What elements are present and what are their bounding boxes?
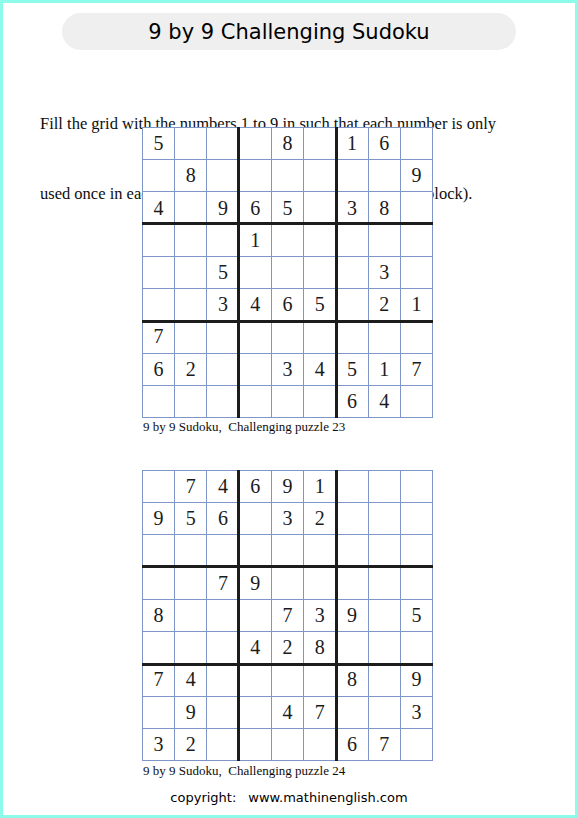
puzzle-24-cell-r5c1: 8 — [143, 600, 174, 631]
puzzle-23-cell-r2c6[interactable] — [304, 160, 335, 191]
puzzle-24-cell-r5c3[interactable] — [207, 600, 238, 631]
puzzle-24-cell-r2c4[interactable] — [240, 503, 271, 534]
puzzle-23-cell-r1c9[interactable] — [401, 128, 432, 159]
puzzle-24-cell-r9c9[interactable] — [401, 729, 432, 760]
puzzle-23-cell-r6c2[interactable] — [175, 289, 206, 320]
puzzle-23-cell-r9c1[interactable] — [143, 386, 174, 417]
puzzle-23-cell-r3c3: 9 — [207, 192, 238, 223]
puzzle-24-cell-r1c5: 9 — [272, 471, 303, 502]
puzzle-23-cell-r2c8[interactable] — [369, 160, 400, 191]
puzzle-23-cell-r4c3[interactable] — [207, 225, 238, 256]
puzzle-23-cell-r4c2[interactable] — [175, 225, 206, 256]
region-divider-vertical-2 — [335, 470, 338, 761]
puzzle-23-cell-r7c3[interactable] — [207, 321, 238, 352]
puzzle-23-cell-r7c5[interactable] — [272, 321, 303, 352]
puzzle-24-cell-r4c1[interactable] — [143, 568, 174, 599]
puzzle-23-cell-r8c3[interactable] — [207, 354, 238, 385]
worksheet-page: 9 by 9 Challenging Sudoku Fill the grid … — [0, 0, 578, 818]
puzzle-23-cell-r9c2[interactable] — [175, 386, 206, 417]
puzzle-24-cell-r9c8: 7 — [369, 729, 400, 760]
puzzle-23-cell-r1c5: 8 — [272, 128, 303, 159]
copyright-line: copyright: www.mathinenglish.com — [3, 790, 575, 805]
region-divider-vertical-1 — [237, 470, 240, 761]
puzzle-23-caption: 9 by 9 Sudoku, Challenging puzzle 23 — [143, 419, 345, 435]
puzzle-24-cell-r2c8[interactable] — [369, 503, 400, 534]
puzzle-24-cell-r8c6: 7 — [304, 697, 335, 728]
puzzle-23-cell-r1c2[interactable] — [175, 128, 206, 159]
region-divider-horizontal-1 — [142, 222, 433, 225]
puzzle-24-cell-r2c7[interactable] — [336, 503, 367, 534]
puzzle-23-cell-r7c4[interactable] — [240, 321, 271, 352]
puzzle-24-cell-r7c2: 4 — [175, 664, 206, 695]
puzzle-24-cell-r7c6[interactable] — [304, 664, 335, 695]
puzzle-23-cell-r5c9[interactable] — [401, 257, 432, 288]
puzzle-23-cell-r5c3: 5 — [207, 257, 238, 288]
puzzle-24-cell-r2c2: 5 — [175, 503, 206, 534]
puzzle-23-cell-r9c7: 6 — [336, 386, 367, 417]
puzzle-23-cell-r9c5[interactable] — [272, 386, 303, 417]
puzzle-23-cell-r2c2: 8 — [175, 160, 206, 191]
puzzle-23-cell-r8c1: 6 — [143, 354, 174, 385]
puzzle-24-cell-r5c9: 5 — [401, 600, 432, 631]
puzzle-24-cell-r7c9: 9 — [401, 664, 432, 695]
puzzle-24-cell-r6c8[interactable] — [369, 632, 400, 663]
puzzle-23-cell-r9c9[interactable] — [401, 386, 432, 417]
puzzle-24-cell-r9c3[interactable] — [207, 729, 238, 760]
puzzle-23-cell-r7c8[interactable] — [369, 321, 400, 352]
puzzle-23-cell-r8c8: 1 — [369, 354, 400, 385]
puzzle-23-cell-r9c6[interactable] — [304, 386, 335, 417]
puzzle-24-cell-r8c1[interactable] — [143, 697, 174, 728]
puzzle-23-cell-r5c2[interactable] — [175, 257, 206, 288]
puzzle-23-cell-r6c8: 2 — [369, 289, 400, 320]
region-divider-vertical-2 — [335, 127, 338, 418]
puzzle-24-cell-r6c9[interactable] — [401, 632, 432, 663]
puzzle-24-cell-r3c1[interactable] — [143, 535, 174, 566]
puzzle-23-cell-r3c8: 8 — [369, 192, 400, 223]
puzzle-24-cell-r8c7[interactable] — [336, 697, 367, 728]
puzzle-24-cell-r5c6: 3 — [304, 600, 335, 631]
puzzle-23-cell-r7c7[interactable] — [336, 321, 367, 352]
puzzle-23-cell-r6c9: 1 — [401, 289, 432, 320]
puzzle-24-cell-r6c1[interactable] — [143, 632, 174, 663]
puzzle-24-cell-r6c2[interactable] — [175, 632, 206, 663]
puzzle-24-cell-r3c2[interactable] — [175, 535, 206, 566]
puzzle-23-cell-r3c2[interactable] — [175, 192, 206, 223]
puzzle-23-cell-r4c6[interactable] — [304, 225, 335, 256]
puzzle-23-cell-r8c4[interactable] — [240, 354, 271, 385]
puzzle-24-cell-r9c2: 2 — [175, 729, 206, 760]
puzzle-24-cell-r1c1[interactable] — [143, 471, 174, 502]
title-pill: 9 by 9 Challenging Sudoku — [62, 13, 516, 50]
puzzle-23-cell-r9c4[interactable] — [240, 386, 271, 417]
puzzle-23-cell-r8c5: 3 — [272, 354, 303, 385]
puzzle-24-cell-r7c3[interactable] — [207, 664, 238, 695]
puzzle-23-cell-r5c5[interactable] — [272, 257, 303, 288]
puzzle-23-cell-r5c6[interactable] — [304, 257, 335, 288]
puzzle-24-cell-r6c6: 8 — [304, 632, 335, 663]
puzzle-23-cell-r3c4: 6 — [240, 192, 271, 223]
puzzle-23-cell-r1c7: 1 — [336, 128, 367, 159]
puzzle-23-cell-r2c4[interactable] — [240, 160, 271, 191]
puzzle-24-cell-r3c8[interactable] — [369, 535, 400, 566]
puzzle-24-cell-r1c6: 1 — [304, 471, 335, 502]
puzzle-23-cell-r8c6: 4 — [304, 354, 335, 385]
copyright-label: copyright: — [170, 790, 236, 805]
puzzle-24-cell-r7c5[interactable] — [272, 664, 303, 695]
sudoku-grid-puzzle-23: 5816894965381533465217623451764 — [142, 127, 433, 418]
puzzle-24-cell-r3c9[interactable] — [401, 535, 432, 566]
puzzle-24-cell-r3c3[interactable] — [207, 535, 238, 566]
puzzle-24-cell-r4c5[interactable] — [272, 568, 303, 599]
puzzle-23-cell-r5c4[interactable] — [240, 257, 271, 288]
puzzle-24-cell-r2c6: 2 — [304, 503, 335, 534]
puzzle-24-cell-r9c7: 6 — [336, 729, 367, 760]
puzzle-24-cell-r4c9[interactable] — [401, 568, 432, 599]
puzzle-24-cell-r8c9: 3 — [401, 697, 432, 728]
puzzle-24-cell-r1c2: 7 — [175, 471, 206, 502]
puzzle-24-cell-r8c5: 4 — [272, 697, 303, 728]
puzzle-23-cell-r2c5[interactable] — [272, 160, 303, 191]
puzzle-24-cell-r8c4[interactable] — [240, 697, 271, 728]
puzzle-24-cell-r6c5: 2 — [272, 632, 303, 663]
puzzle-23-cell-r1c8: 6 — [369, 128, 400, 159]
puzzle-24-cell-r5c8[interactable] — [369, 600, 400, 631]
puzzle-23-cell-r8c7: 5 — [336, 354, 367, 385]
puzzle-24-cell-r9c1: 3 — [143, 729, 174, 760]
puzzle-23-cell-r1c6[interactable] — [304, 128, 335, 159]
puzzle-23-cell-r4c5[interactable] — [272, 225, 303, 256]
puzzle-24-cell-r6c3[interactable] — [207, 632, 238, 663]
puzzle-23-cell-r6c7[interactable] — [336, 289, 367, 320]
puzzle-23-cell-r7c6[interactable] — [304, 321, 335, 352]
puzzle-24-cell-r3c6[interactable] — [304, 535, 335, 566]
puzzle-24-cell-r1c7[interactable] — [336, 471, 367, 502]
puzzle-23-cell-r4c8[interactable] — [369, 225, 400, 256]
puzzle-24-cell-r3c4[interactable] — [240, 535, 271, 566]
puzzle-24-caption: 9 by 9 Sudoku, Challenging puzzle 24 — [143, 763, 345, 779]
puzzle-23-cell-r4c9[interactable] — [401, 225, 432, 256]
puzzle-24-cell-r5c2[interactable] — [175, 600, 206, 631]
puzzle-23-cell-r8c2: 2 — [175, 354, 206, 385]
puzzle-24-cell-r9c5[interactable] — [272, 729, 303, 760]
puzzle-23-cell-r8c9: 7 — [401, 354, 432, 385]
puzzle-24-cell-r2c1: 9 — [143, 503, 174, 534]
puzzle-23-cell-r4c1[interactable] — [143, 225, 174, 256]
puzzle-24-cell-r4c6[interactable] — [304, 568, 335, 599]
puzzle-24-cell-r1c4: 6 — [240, 471, 271, 502]
region-divider-horizontal-2 — [142, 320, 433, 323]
puzzle-23-cell-r4c4: 1 — [240, 225, 271, 256]
puzzle-23-cell-r5c7[interactable] — [336, 257, 367, 288]
puzzle-23-cell-r3c6[interactable] — [304, 192, 335, 223]
puzzle-24-cell-r2c3: 6 — [207, 503, 238, 534]
puzzle-23-cell-r4c7[interactable] — [336, 225, 367, 256]
puzzle-24-cell-r8c2: 9 — [175, 697, 206, 728]
puzzle-23-cell-r9c8: 4 — [369, 386, 400, 417]
puzzle-24-cell-r4c7[interactable] — [336, 568, 367, 599]
puzzle-23-cell-r2c7[interactable] — [336, 160, 367, 191]
puzzle-24-cell-r5c5: 7 — [272, 600, 303, 631]
puzzle-24-cell-r8c3[interactable] — [207, 697, 238, 728]
puzzle-23-cell-r2c1[interactable] — [143, 160, 174, 191]
puzzle-24-cell-r4c2[interactable] — [175, 568, 206, 599]
puzzle-24-cell-r7c1: 7 — [143, 664, 174, 695]
region-divider-horizontal-1 — [142, 565, 433, 568]
puzzle-23-cell-r5c8: 3 — [369, 257, 400, 288]
puzzle-23-cell-r6c3: 3 — [207, 289, 238, 320]
puzzle-24-cell-r4c4: 9 — [240, 568, 271, 599]
puzzle-24-cell-r4c3: 7 — [207, 568, 238, 599]
puzzle-23-cell-r9c3[interactable] — [207, 386, 238, 417]
puzzle-23-cell-r7c1: 7 — [143, 321, 174, 352]
puzzle-23-cell-r3c7: 3 — [336, 192, 367, 223]
puzzle-23-cell-r1c1: 5 — [143, 128, 174, 159]
puzzle-24-cell-r3c5[interactable] — [272, 535, 303, 566]
sudoku-grid-puzzle-24: 74691956327987395428748994733267 — [142, 470, 433, 761]
puzzle-24-cell-r3c7[interactable] — [336, 535, 367, 566]
puzzle-23-cell-r6c6: 5 — [304, 289, 335, 320]
puzzle-24-cell-r7c8[interactable] — [369, 664, 400, 695]
puzzle-23-cell-r7c2[interactable] — [175, 321, 206, 352]
puzzle-24-cell-r6c4: 4 — [240, 632, 271, 663]
puzzle-23-cell-r1c3[interactable] — [207, 128, 238, 159]
puzzle-24-cell-r9c6[interactable] — [304, 729, 335, 760]
puzzle-24-cell-r1c8[interactable] — [369, 471, 400, 502]
puzzle-24-cell-r5c7: 9 — [336, 600, 367, 631]
puzzle-23-cell-r5c1[interactable] — [143, 257, 174, 288]
puzzle-24-cell-r7c7: 8 — [336, 664, 367, 695]
puzzle-23-cell-r3c1: 4 — [143, 192, 174, 223]
puzzle-23-cell-r2c9: 9 — [401, 160, 432, 191]
puzzle-24-cell-r4c8[interactable] — [369, 568, 400, 599]
puzzle-23-cell-r6c1[interactable] — [143, 289, 174, 320]
region-divider-vertical-1 — [237, 127, 240, 418]
copyright-site: www.mathinenglish.com — [248, 790, 407, 805]
puzzle-23-cell-r3c5: 5 — [272, 192, 303, 223]
puzzle-23-cell-r2c3[interactable] — [207, 160, 238, 191]
puzzle-24-cell-r2c9[interactable] — [401, 503, 432, 534]
puzzle-23-cell-r6c5: 6 — [272, 289, 303, 320]
puzzle-24-cell-r5c4[interactable] — [240, 600, 271, 631]
puzzle-23-cell-r3c9[interactable] — [401, 192, 432, 223]
puzzle-24-cell-r9c4[interactable] — [240, 729, 271, 760]
region-divider-horizontal-2 — [142, 663, 433, 666]
puzzle-24-cell-r6c7[interactable] — [336, 632, 367, 663]
puzzle-24-cell-r1c9[interactable] — [401, 471, 432, 502]
puzzle-24-cell-r1c3: 4 — [207, 471, 238, 502]
page-title: 9 by 9 Challenging Sudoku — [148, 20, 429, 44]
puzzle-23-cell-r1c4[interactable] — [240, 128, 271, 159]
puzzle-24-cell-r7c4[interactable] — [240, 664, 271, 695]
puzzle-24-cell-r8c8[interactable] — [369, 697, 400, 728]
puzzle-23-cell-r7c9[interactable] — [401, 321, 432, 352]
puzzle-23-cell-r6c4: 4 — [240, 289, 271, 320]
puzzle-24-cell-r2c5: 3 — [272, 503, 303, 534]
